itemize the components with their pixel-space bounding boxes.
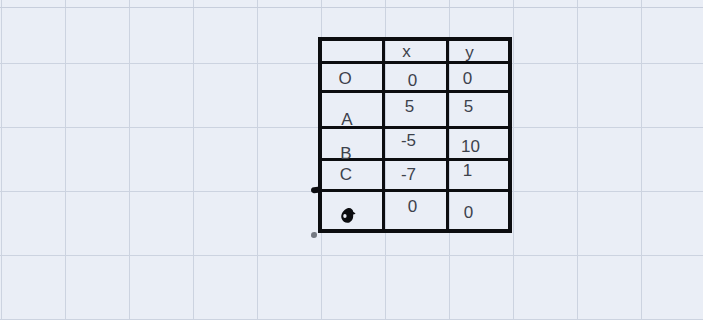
row-blob-label-cell bbox=[322, 192, 385, 229]
row-A-label-cell: A bbox=[322, 93, 385, 129]
ink-stray-mark-left bbox=[311, 187, 321, 194]
row-C-y-value: 1 bbox=[463, 162, 472, 179]
row-O-x-cell: 0 bbox=[385, 64, 449, 93]
row-O-label: O bbox=[338, 70, 351, 87]
row-O-label-cell: O bbox=[322, 64, 385, 93]
row-B-x-cell: -5 bbox=[385, 129, 449, 161]
header-y-label: y bbox=[465, 44, 474, 61]
row-B-label: B bbox=[340, 145, 351, 162]
table-header-x: x bbox=[385, 41, 449, 64]
row-blob-x-value: 0 bbox=[408, 198, 417, 215]
xy-value-table: x y O 0 0 A 5 5 B -5 10 C -7 1 0 0 bbox=[318, 37, 512, 233]
row-blob-y-cell: 0 bbox=[449, 192, 508, 229]
row-A-label: A bbox=[341, 111, 352, 128]
row-B-y-cell: 10 bbox=[449, 129, 508, 161]
row-C-x-value: -7 bbox=[401, 166, 416, 183]
row-C-x-cell: -7 bbox=[385, 161, 449, 192]
scribble-blob-icon bbox=[340, 207, 356, 224]
grid-major-line bbox=[0, 7, 703, 8]
row-B-label-cell: B bbox=[322, 129, 385, 161]
row-C-label-cell: C bbox=[322, 161, 385, 192]
header-x-label: x bbox=[402, 43, 411, 60]
row-B-y-value: 10 bbox=[461, 138, 480, 155]
row-B-x-value: -5 bbox=[401, 132, 416, 149]
row-blob-x-cell: 0 bbox=[385, 192, 449, 229]
row-A-y-value: 5 bbox=[464, 98, 473, 115]
row-O-y-cell: 0 bbox=[449, 64, 508, 93]
table-cell-corner bbox=[322, 41, 385, 64]
row-O-x-value: 0 bbox=[408, 72, 417, 89]
row-blob-y-value: 0 bbox=[464, 204, 473, 221]
row-O-y-value: 0 bbox=[463, 70, 472, 87]
row-A-y-cell: 5 bbox=[449, 93, 508, 129]
table-header-y: y bbox=[449, 41, 508, 64]
row-A-x-value: 5 bbox=[405, 98, 414, 115]
row-C-y-cell: 1 bbox=[449, 161, 508, 192]
ink-stray-mark-bottom bbox=[311, 232, 317, 238]
row-A-x-cell: 5 bbox=[385, 93, 449, 129]
row-C-label: C bbox=[340, 166, 352, 183]
